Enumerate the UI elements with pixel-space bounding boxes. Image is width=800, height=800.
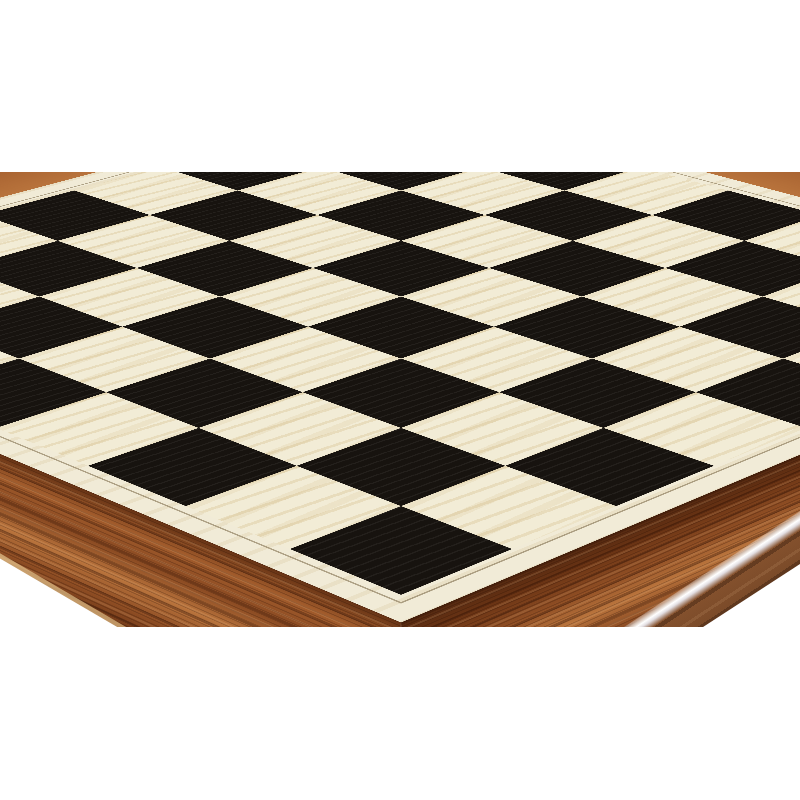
product-photo-canvas [0, 0, 800, 800]
chess-board [0, 172, 800, 627]
board-photo-crop [0, 172, 800, 627]
